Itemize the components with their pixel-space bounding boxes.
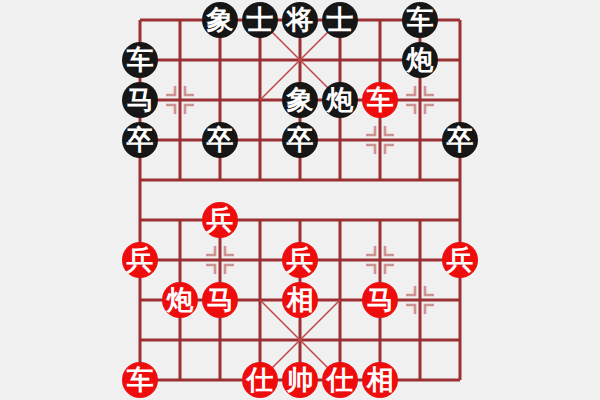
piece-black-soldier[interactable]: 卒 bbox=[440, 120, 480, 160]
black-soldier-glyph: 卒 bbox=[442, 122, 478, 158]
black-cannon-glyph: 炮 bbox=[322, 82, 358, 118]
piece-black-chariot[interactable]: 车 bbox=[400, 0, 440, 40]
piece-black-cannon[interactable]: 炮 bbox=[400, 40, 440, 80]
black-cannon-glyph: 炮 bbox=[402, 42, 438, 78]
black-chariot-glyph: 车 bbox=[122, 42, 158, 78]
piece-red-elephant[interactable]: 相 bbox=[360, 360, 400, 400]
black-soldier-glyph: 卒 bbox=[282, 122, 318, 158]
piece-red-soldier[interactable]: 兵 bbox=[120, 240, 160, 280]
piece-red-soldier[interactable]: 兵 bbox=[440, 240, 480, 280]
red-advisor-glyph: 仕 bbox=[322, 362, 358, 398]
piece-red-soldier[interactable]: 兵 bbox=[280, 240, 320, 280]
red-horse-glyph: 马 bbox=[202, 282, 238, 318]
black-soldier-glyph: 卒 bbox=[202, 122, 238, 158]
piece-black-general[interactable]: 将 bbox=[280, 0, 320, 40]
piece-black-cannon[interactable]: 炮 bbox=[320, 80, 360, 120]
black-elephant-glyph: 象 bbox=[282, 82, 318, 118]
piece-black-chariot[interactable]: 车 bbox=[120, 40, 160, 80]
red-soldier-glyph: 兵 bbox=[442, 242, 478, 278]
red-soldier-glyph: 兵 bbox=[122, 242, 158, 278]
piece-red-elephant[interactable]: 相 bbox=[280, 280, 320, 320]
black-advisor-glyph: 士 bbox=[242, 2, 278, 38]
red-soldier-glyph: 兵 bbox=[202, 202, 238, 238]
red-chariot-glyph: 车 bbox=[122, 362, 158, 398]
piece-red-advisor[interactable]: 仕 bbox=[320, 360, 360, 400]
piece-red-soldier[interactable]: 兵 bbox=[200, 200, 240, 240]
piece-black-advisor[interactable]: 士 bbox=[320, 0, 360, 40]
piece-black-soldier[interactable]: 卒 bbox=[280, 120, 320, 160]
piece-black-soldier[interactable]: 卒 bbox=[200, 120, 240, 160]
xiangqi-screen: 象士将士车车炮马象炮车卒卒卒卒兵兵兵兵炮马相马车仕帅仕相 bbox=[0, 0, 600, 400]
xiangqi-board[interactable]: 象士将士车车炮马象炮车卒卒卒卒兵兵兵兵炮马相马车仕帅仕相 bbox=[120, 0, 480, 400]
black-general-glyph: 将 bbox=[282, 2, 318, 38]
piece-red-chariot[interactable]: 车 bbox=[360, 80, 400, 120]
piece-red-horse[interactable]: 马 bbox=[360, 280, 400, 320]
piece-red-horse[interactable]: 马 bbox=[200, 280, 240, 320]
red-elephant-glyph: 相 bbox=[282, 282, 318, 318]
red-soldier-glyph: 兵 bbox=[282, 242, 318, 278]
piece-black-horse[interactable]: 马 bbox=[120, 80, 160, 120]
piece-red-advisor[interactable]: 仕 bbox=[240, 360, 280, 400]
piece-black-advisor[interactable]: 士 bbox=[240, 0, 280, 40]
black-horse-glyph: 马 bbox=[122, 82, 158, 118]
red-horse-glyph: 马 bbox=[362, 282, 398, 318]
black-advisor-glyph: 士 bbox=[322, 2, 358, 38]
black-chariot-glyph: 车 bbox=[402, 2, 438, 38]
piece-red-cannon[interactable]: 炮 bbox=[160, 280, 200, 320]
red-cannon-glyph: 炮 bbox=[162, 282, 198, 318]
piece-red-general[interactable]: 帅 bbox=[280, 360, 320, 400]
piece-black-elephant[interactable]: 象 bbox=[280, 80, 320, 120]
black-elephant-glyph: 象 bbox=[202, 2, 238, 38]
red-general-glyph: 帅 bbox=[282, 362, 318, 398]
red-advisor-glyph: 仕 bbox=[242, 362, 278, 398]
piece-red-chariot[interactable]: 车 bbox=[120, 360, 160, 400]
red-elephant-glyph: 相 bbox=[362, 362, 398, 398]
black-soldier-glyph: 卒 bbox=[122, 122, 158, 158]
piece-black-soldier[interactable]: 卒 bbox=[120, 120, 160, 160]
red-chariot-glyph: 车 bbox=[362, 82, 398, 118]
piece-black-elephant[interactable]: 象 bbox=[200, 0, 240, 40]
